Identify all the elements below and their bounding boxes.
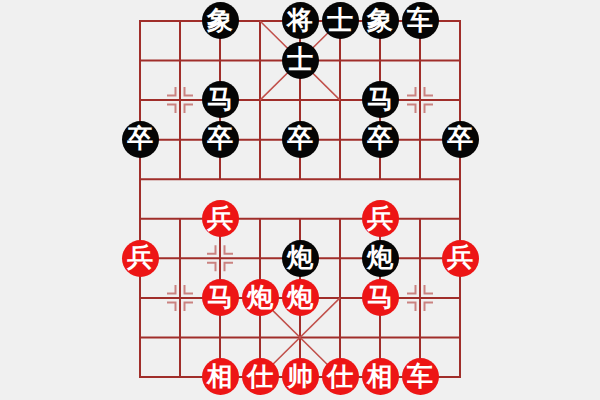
xiangqi-board: 象将士象车士马马卒卒卒卒卒兵兵兵炮炮兵马炮炮马相仕帅仕相车 [0,0,600,400]
piece-black-chariot[interactable]: 车 [402,2,439,39]
piece-red-horse[interactable]: 马 [362,279,399,316]
piece-red-soldier[interactable]: 兵 [362,200,399,237]
piece-red-soldier[interactable]: 兵 [122,240,159,277]
piece-red-general[interactable]: 帅 [282,358,319,395]
piece-red-cannon[interactable]: 炮 [282,279,319,316]
piece-black-elephant[interactable]: 象 [202,2,239,39]
piece-red-advisor[interactable]: 仕 [242,358,279,395]
piece-red-elephant[interactable]: 相 [362,358,399,395]
piece-black-advisor[interactable]: 士 [282,42,319,79]
piece-black-horse[interactable]: 马 [362,81,399,118]
piece-black-soldier[interactable]: 卒 [282,121,319,158]
piece-black-advisor[interactable]: 士 [322,2,359,39]
piece-red-soldier[interactable]: 兵 [202,200,239,237]
piece-black-cannon[interactable]: 炮 [282,240,319,277]
piece-black-soldier[interactable]: 卒 [442,121,479,158]
piece-black-soldier[interactable]: 卒 [362,121,399,158]
piece-black-soldier[interactable]: 卒 [122,121,159,158]
piece-red-advisor[interactable]: 仕 [322,358,359,395]
piece-red-cannon[interactable]: 炮 [242,279,279,316]
board-grid: 象将士象车士马马卒卒卒卒卒兵兵兵炮炮兵马炮炮马相仕帅仕相车 [120,1,480,397]
piece-red-horse[interactable]: 马 [202,279,239,316]
piece-black-horse[interactable]: 马 [202,81,239,118]
piece-red-chariot[interactable]: 车 [402,358,439,395]
piece-black-cannon[interactable]: 炮 [362,240,399,277]
piece-black-general[interactable]: 将 [282,2,319,39]
piece-black-soldier[interactable]: 卒 [202,121,239,158]
piece-red-soldier[interactable]: 兵 [442,240,479,277]
piece-black-elephant[interactable]: 象 [362,2,399,39]
piece-red-elephant[interactable]: 相 [202,358,239,395]
